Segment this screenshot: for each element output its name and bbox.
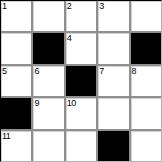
black-cell-r3c0 <box>1 98 31 128</box>
white-cell-r3c3[interactable] <box>98 98 128 128</box>
black-cell-r1c4 <box>131 33 161 63</box>
white-cell-r2c3[interactable]: 7 <box>98 66 128 96</box>
white-cell-r2c4[interactable]: 8 <box>131 66 161 96</box>
white-cell-r0c4[interactable] <box>131 1 161 31</box>
white-cell-r2c1[interactable]: 6 <box>33 66 63 96</box>
white-cell-r0c0[interactable]: 1 <box>1 1 31 31</box>
clue-number: 4 <box>67 33 72 43</box>
black-cell-r2c2 <box>66 66 96 96</box>
black-cell-r4c3 <box>98 131 128 161</box>
clue-number: 11 <box>2 131 10 141</box>
clue-number: 2 <box>67 1 72 11</box>
white-cell-r4c4[interactable] <box>131 131 161 161</box>
crossword-grid: 1234567891011 <box>0 0 162 162</box>
white-cell-r3c2[interactable]: 10 <box>66 98 96 128</box>
clue-number: 3 <box>99 1 104 11</box>
white-cell-r3c1[interactable]: 9 <box>33 98 63 128</box>
white-cell-r0c3[interactable]: 3 <box>98 1 128 31</box>
clue-number: 8 <box>132 66 137 76</box>
white-cell-r4c1[interactable] <box>33 131 63 161</box>
white-cell-r1c2[interactable]: 4 <box>66 33 96 63</box>
clue-number: 10 <box>67 98 76 108</box>
white-cell-r4c2[interactable] <box>66 131 96 161</box>
white-cell-r0c1[interactable] <box>33 1 63 31</box>
clue-number: 1 <box>2 1 7 11</box>
white-cell-r2c0[interactable]: 5 <box>1 66 31 96</box>
black-cell-r1c1 <box>33 33 63 63</box>
white-cell-r1c0[interactable] <box>1 33 31 63</box>
clue-number: 7 <box>99 66 104 76</box>
clue-number: 9 <box>34 98 39 108</box>
white-cell-r3c4[interactable] <box>131 98 161 128</box>
white-cell-r4c0[interactable]: 11 <box>1 131 31 161</box>
white-cell-r1c3[interactable] <box>98 33 128 63</box>
clue-number: 5 <box>2 66 7 76</box>
clue-number: 6 <box>34 66 39 76</box>
white-cell-r0c2[interactable]: 2 <box>66 1 96 31</box>
